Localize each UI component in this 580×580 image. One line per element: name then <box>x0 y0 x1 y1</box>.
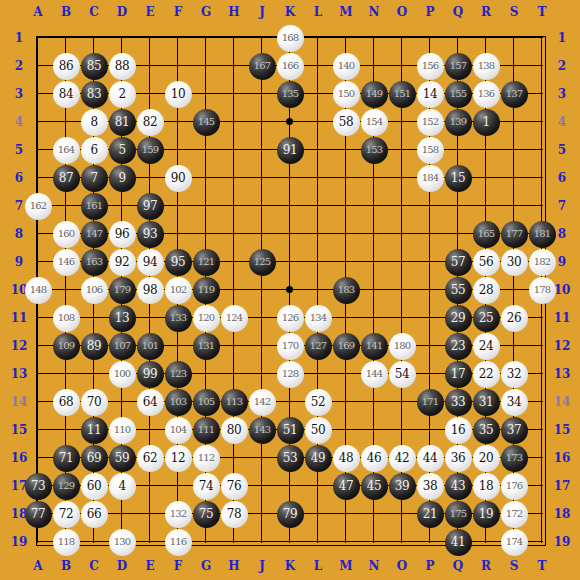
intersection-E16[interactable]: 62 <box>136 444 164 472</box>
intersection-L3[interactable] <box>304 80 332 108</box>
intersection-Q6[interactable]: 15 <box>444 164 472 192</box>
intersection-R14[interactable]: 31 <box>472 388 500 416</box>
intersection-J1[interactable] <box>248 24 276 52</box>
intersection-K7[interactable] <box>276 192 304 220</box>
intersection-R7[interactable] <box>472 192 500 220</box>
intersection-H7[interactable] <box>220 192 248 220</box>
intersection-D15[interactable]: 110 <box>108 416 136 444</box>
intersection-Q19[interactable]: 41 <box>444 528 472 556</box>
intersection-H6[interactable] <box>220 164 248 192</box>
intersection-O9[interactable] <box>388 248 416 276</box>
intersection-K1[interactable]: 168 <box>276 24 304 52</box>
intersection-O7[interactable] <box>388 192 416 220</box>
intersection-R18[interactable]: 19 <box>472 500 500 528</box>
intersection-T10[interactable]: 178 <box>528 276 556 304</box>
intersection-P14[interactable]: 171 <box>416 388 444 416</box>
intersection-O11[interactable] <box>388 304 416 332</box>
intersection-E11[interactable] <box>136 304 164 332</box>
intersection-T14[interactable] <box>528 388 556 416</box>
intersection-D18[interactable] <box>108 500 136 528</box>
intersection-A1[interactable] <box>24 24 52 52</box>
intersection-R2[interactable]: 138 <box>472 52 500 80</box>
intersection-M14[interactable] <box>332 388 360 416</box>
intersection-M10[interactable]: 183 <box>332 276 360 304</box>
intersection-C5[interactable]: 6 <box>80 136 108 164</box>
intersection-Q14[interactable]: 33 <box>444 388 472 416</box>
intersection-P19[interactable] <box>416 528 444 556</box>
intersection-M3[interactable]: 150 <box>332 80 360 108</box>
intersection-Q9[interactable]: 57 <box>444 248 472 276</box>
intersection-Q17[interactable]: 43 <box>444 472 472 500</box>
intersection-R3[interactable]: 136 <box>472 80 500 108</box>
intersection-J10[interactable] <box>248 276 276 304</box>
intersection-K17[interactable] <box>276 472 304 500</box>
intersection-E5[interactable]: 159 <box>136 136 164 164</box>
intersection-H12[interactable] <box>220 332 248 360</box>
intersection-A3[interactable] <box>24 80 52 108</box>
intersection-D14[interactable] <box>108 388 136 416</box>
intersection-C8[interactable]: 147 <box>80 220 108 248</box>
intersection-G9[interactable]: 121 <box>192 248 220 276</box>
intersection-R12[interactable]: 24 <box>472 332 500 360</box>
intersection-Q16[interactable]: 36 <box>444 444 472 472</box>
intersection-F13[interactable]: 123 <box>164 360 192 388</box>
intersection-B10[interactable] <box>52 276 80 304</box>
intersection-B16[interactable]: 71 <box>52 444 80 472</box>
intersection-P9[interactable] <box>416 248 444 276</box>
intersection-A14[interactable] <box>24 388 52 416</box>
intersection-B2[interactable]: 86 <box>52 52 80 80</box>
intersection-A8[interactable] <box>24 220 52 248</box>
intersection-O19[interactable] <box>388 528 416 556</box>
intersection-Q2[interactable]: 157 <box>444 52 472 80</box>
intersection-H5[interactable] <box>220 136 248 164</box>
intersection-F10[interactable]: 102 <box>164 276 192 304</box>
intersection-R10[interactable]: 28 <box>472 276 500 304</box>
intersection-Q13[interactable]: 17 <box>444 360 472 388</box>
intersection-L14[interactable]: 52 <box>304 388 332 416</box>
intersection-F18[interactable]: 132 <box>164 500 192 528</box>
intersection-R11[interactable]: 25 <box>472 304 500 332</box>
intersection-K18[interactable]: 79 <box>276 500 304 528</box>
intersection-T6[interactable] <box>528 164 556 192</box>
intersection-N6[interactable] <box>360 164 388 192</box>
intersection-K14[interactable] <box>276 388 304 416</box>
intersection-Q18[interactable]: 175 <box>444 500 472 528</box>
intersection-E18[interactable] <box>136 500 164 528</box>
intersection-M17[interactable]: 47 <box>332 472 360 500</box>
intersection-O18[interactable] <box>388 500 416 528</box>
intersection-K15[interactable]: 51 <box>276 416 304 444</box>
intersection-G10[interactable]: 119 <box>192 276 220 304</box>
intersection-S14[interactable]: 34 <box>500 388 528 416</box>
intersection-J7[interactable] <box>248 192 276 220</box>
intersection-P16[interactable]: 44 <box>416 444 444 472</box>
intersection-E3[interactable] <box>136 80 164 108</box>
intersection-T4[interactable] <box>528 108 556 136</box>
intersection-S4[interactable] <box>500 108 528 136</box>
intersection-T3[interactable] <box>528 80 556 108</box>
intersection-E1[interactable] <box>136 24 164 52</box>
intersection-E7[interactable]: 97 <box>136 192 164 220</box>
intersection-R8[interactable]: 165 <box>472 220 500 248</box>
intersection-G5[interactable] <box>192 136 220 164</box>
intersection-P5[interactable]: 158 <box>416 136 444 164</box>
intersection-M16[interactable]: 48 <box>332 444 360 472</box>
intersection-S18[interactable]: 172 <box>500 500 528 528</box>
intersection-H9[interactable] <box>220 248 248 276</box>
intersection-B9[interactable]: 146 <box>52 248 80 276</box>
intersection-Q15[interactable]: 16 <box>444 416 472 444</box>
intersection-O6[interactable] <box>388 164 416 192</box>
intersection-Q3[interactable]: 155 <box>444 80 472 108</box>
intersection-S19[interactable]: 174 <box>500 528 528 556</box>
intersection-C16[interactable]: 69 <box>80 444 108 472</box>
intersection-B14[interactable]: 68 <box>52 388 80 416</box>
intersection-B17[interactable]: 129 <box>52 472 80 500</box>
intersection-O12[interactable]: 180 <box>388 332 416 360</box>
intersection-P11[interactable] <box>416 304 444 332</box>
intersection-H8[interactable] <box>220 220 248 248</box>
intersection-T2[interactable] <box>528 52 556 80</box>
intersection-G6[interactable] <box>192 164 220 192</box>
intersection-B7[interactable] <box>52 192 80 220</box>
intersection-L15[interactable]: 50 <box>304 416 332 444</box>
intersection-E4[interactable]: 82 <box>136 108 164 136</box>
intersection-S12[interactable] <box>500 332 528 360</box>
intersection-N3[interactable]: 149 <box>360 80 388 108</box>
intersection-N17[interactable]: 45 <box>360 472 388 500</box>
intersection-M6[interactable] <box>332 164 360 192</box>
intersection-L8[interactable] <box>304 220 332 248</box>
intersection-E6[interactable] <box>136 164 164 192</box>
intersection-C4[interactable]: 8 <box>80 108 108 136</box>
intersection-O15[interactable] <box>388 416 416 444</box>
intersection-M5[interactable] <box>332 136 360 164</box>
intersection-T19[interactable] <box>528 528 556 556</box>
intersection-H14[interactable]: 113 <box>220 388 248 416</box>
intersection-B4[interactable] <box>52 108 80 136</box>
intersection-R15[interactable]: 35 <box>472 416 500 444</box>
intersection-C6[interactable]: 7 <box>80 164 108 192</box>
intersection-D17[interactable]: 4 <box>108 472 136 500</box>
intersection-J17[interactable] <box>248 472 276 500</box>
intersection-H3[interactable] <box>220 80 248 108</box>
intersection-J16[interactable] <box>248 444 276 472</box>
intersection-R17[interactable]: 18 <box>472 472 500 500</box>
intersection-N9[interactable] <box>360 248 388 276</box>
intersection-C13[interactable] <box>80 360 108 388</box>
intersection-D7[interactable] <box>108 192 136 220</box>
intersection-R9[interactable]: 56 <box>472 248 500 276</box>
intersection-C15[interactable]: 11 <box>80 416 108 444</box>
intersection-H17[interactable]: 76 <box>220 472 248 500</box>
intersection-S17[interactable]: 176 <box>500 472 528 500</box>
intersection-Q10[interactable]: 55 <box>444 276 472 304</box>
intersection-N13[interactable]: 144 <box>360 360 388 388</box>
intersection-H1[interactable] <box>220 24 248 52</box>
intersection-P18[interactable]: 21 <box>416 500 444 528</box>
intersection-A16[interactable] <box>24 444 52 472</box>
intersection-A9[interactable] <box>24 248 52 276</box>
intersection-R16[interactable]: 20 <box>472 444 500 472</box>
intersection-F14[interactable]: 103 <box>164 388 192 416</box>
intersection-P6[interactable]: 184 <box>416 164 444 192</box>
intersection-T1[interactable] <box>528 24 556 52</box>
intersection-N18[interactable] <box>360 500 388 528</box>
intersection-C9[interactable]: 163 <box>80 248 108 276</box>
intersection-M13[interactable] <box>332 360 360 388</box>
intersection-S3[interactable]: 137 <box>500 80 528 108</box>
intersection-P15[interactable] <box>416 416 444 444</box>
intersection-M12[interactable]: 169 <box>332 332 360 360</box>
intersection-G2[interactable] <box>192 52 220 80</box>
intersection-O16[interactable]: 42 <box>388 444 416 472</box>
intersection-J9[interactable]: 125 <box>248 248 276 276</box>
intersection-F19[interactable]: 116 <box>164 528 192 556</box>
intersection-P13[interactable] <box>416 360 444 388</box>
intersection-N11[interactable] <box>360 304 388 332</box>
intersection-P8[interactable] <box>416 220 444 248</box>
intersection-E12[interactable]: 101 <box>136 332 164 360</box>
intersection-L11[interactable]: 134 <box>304 304 332 332</box>
intersection-F8[interactable] <box>164 220 192 248</box>
intersection-O3[interactable]: 151 <box>388 80 416 108</box>
intersection-N8[interactable] <box>360 220 388 248</box>
intersection-T9[interactable]: 182 <box>528 248 556 276</box>
intersection-M19[interactable] <box>332 528 360 556</box>
intersection-O5[interactable] <box>388 136 416 164</box>
intersection-A12[interactable] <box>24 332 52 360</box>
intersection-D8[interactable]: 96 <box>108 220 136 248</box>
intersection-T12[interactable] <box>528 332 556 360</box>
intersection-G1[interactable] <box>192 24 220 52</box>
intersection-D2[interactable]: 88 <box>108 52 136 80</box>
intersection-G17[interactable]: 74 <box>192 472 220 500</box>
intersection-S10[interactable] <box>500 276 528 304</box>
intersection-T16[interactable] <box>528 444 556 472</box>
intersection-J8[interactable] <box>248 220 276 248</box>
intersection-A13[interactable] <box>24 360 52 388</box>
intersection-B5[interactable]: 164 <box>52 136 80 164</box>
intersection-D12[interactable]: 107 <box>108 332 136 360</box>
intersection-B11[interactable]: 108 <box>52 304 80 332</box>
intersection-D3[interactable]: 2 <box>108 80 136 108</box>
intersection-B19[interactable]: 118 <box>52 528 80 556</box>
intersection-F7[interactable] <box>164 192 192 220</box>
intersection-F17[interactable] <box>164 472 192 500</box>
intersection-M15[interactable] <box>332 416 360 444</box>
intersection-F4[interactable] <box>164 108 192 136</box>
intersection-H13[interactable] <box>220 360 248 388</box>
intersection-F1[interactable] <box>164 24 192 52</box>
intersection-S8[interactable]: 177 <box>500 220 528 248</box>
intersection-L12[interactable]: 127 <box>304 332 332 360</box>
intersection-F3[interactable]: 10 <box>164 80 192 108</box>
intersection-G18[interactable]: 75 <box>192 500 220 528</box>
intersection-T5[interactable] <box>528 136 556 164</box>
intersection-A5[interactable] <box>24 136 52 164</box>
intersection-K19[interactable] <box>276 528 304 556</box>
intersection-S9[interactable]: 30 <box>500 248 528 276</box>
intersection-L16[interactable]: 49 <box>304 444 332 472</box>
intersection-D13[interactable]: 100 <box>108 360 136 388</box>
intersection-R6[interactable] <box>472 164 500 192</box>
intersection-A2[interactable] <box>24 52 52 80</box>
intersection-F5[interactable] <box>164 136 192 164</box>
intersection-A15[interactable] <box>24 416 52 444</box>
intersection-F9[interactable]: 95 <box>164 248 192 276</box>
intersection-E15[interactable] <box>136 416 164 444</box>
intersection-M9[interactable] <box>332 248 360 276</box>
intersection-E8[interactable]: 93 <box>136 220 164 248</box>
intersection-B15[interactable] <box>52 416 80 444</box>
intersection-B12[interactable]: 109 <box>52 332 80 360</box>
intersection-T7[interactable] <box>528 192 556 220</box>
intersection-F12[interactable] <box>164 332 192 360</box>
intersection-P10[interactable] <box>416 276 444 304</box>
intersection-R4[interactable]: 1 <box>472 108 500 136</box>
intersection-D10[interactable]: 179 <box>108 276 136 304</box>
intersection-R1[interactable] <box>472 24 500 52</box>
intersection-C2[interactable]: 85 <box>80 52 108 80</box>
intersection-N1[interactable] <box>360 24 388 52</box>
intersection-H18[interactable]: 78 <box>220 500 248 528</box>
intersection-N15[interactable] <box>360 416 388 444</box>
intersection-D16[interactable]: 59 <box>108 444 136 472</box>
intersection-O10[interactable] <box>388 276 416 304</box>
intersection-G14[interactable]: 105 <box>192 388 220 416</box>
intersection-J13[interactable] <box>248 360 276 388</box>
intersection-C14[interactable]: 70 <box>80 388 108 416</box>
intersection-H4[interactable] <box>220 108 248 136</box>
intersection-G4[interactable]: 145 <box>192 108 220 136</box>
intersection-S6[interactable] <box>500 164 528 192</box>
intersection-Q11[interactable]: 29 <box>444 304 472 332</box>
intersection-C18[interactable]: 66 <box>80 500 108 528</box>
intersection-B8[interactable]: 160 <box>52 220 80 248</box>
intersection-C3[interactable]: 83 <box>80 80 108 108</box>
intersection-K8[interactable] <box>276 220 304 248</box>
intersection-C11[interactable] <box>80 304 108 332</box>
intersection-K11[interactable]: 126 <box>276 304 304 332</box>
intersection-F16[interactable]: 12 <box>164 444 192 472</box>
intersection-R5[interactable] <box>472 136 500 164</box>
intersection-R13[interactable]: 22 <box>472 360 500 388</box>
intersection-R19[interactable] <box>472 528 500 556</box>
intersection-L5[interactable] <box>304 136 332 164</box>
intersection-K4[interactable] <box>276 108 304 136</box>
intersection-B13[interactable] <box>52 360 80 388</box>
intersection-C12[interactable]: 89 <box>80 332 108 360</box>
intersection-G16[interactable]: 112 <box>192 444 220 472</box>
intersection-H16[interactable] <box>220 444 248 472</box>
intersection-S1[interactable] <box>500 24 528 52</box>
intersection-A10[interactable]: 148 <box>24 276 52 304</box>
intersection-Q4[interactable]: 139 <box>444 108 472 136</box>
intersection-M7[interactable] <box>332 192 360 220</box>
intersection-M4[interactable]: 58 <box>332 108 360 136</box>
intersection-Q8[interactable] <box>444 220 472 248</box>
intersection-S16[interactable]: 173 <box>500 444 528 472</box>
intersection-J19[interactable] <box>248 528 276 556</box>
intersection-M8[interactable] <box>332 220 360 248</box>
intersection-N12[interactable]: 141 <box>360 332 388 360</box>
intersection-T17[interactable] <box>528 472 556 500</box>
intersection-K3[interactable]: 135 <box>276 80 304 108</box>
intersection-J2[interactable]: 167 <box>248 52 276 80</box>
intersection-D5[interactable]: 5 <box>108 136 136 164</box>
intersection-A11[interactable] <box>24 304 52 332</box>
intersection-G8[interactable] <box>192 220 220 248</box>
intersection-G11[interactable]: 120 <box>192 304 220 332</box>
intersection-L19[interactable] <box>304 528 332 556</box>
intersection-O4[interactable] <box>388 108 416 136</box>
intersection-J3[interactable] <box>248 80 276 108</box>
intersection-C19[interactable] <box>80 528 108 556</box>
intersection-F2[interactable] <box>164 52 192 80</box>
intersection-B18[interactable]: 72 <box>52 500 80 528</box>
intersection-T11[interactable] <box>528 304 556 332</box>
intersection-D4[interactable]: 81 <box>108 108 136 136</box>
intersection-L2[interactable] <box>304 52 332 80</box>
intersection-L7[interactable] <box>304 192 332 220</box>
intersection-P12[interactable] <box>416 332 444 360</box>
intersection-S13[interactable]: 32 <box>500 360 528 388</box>
intersection-A19[interactable] <box>24 528 52 556</box>
intersection-M18[interactable] <box>332 500 360 528</box>
intersection-C7[interactable]: 161 <box>80 192 108 220</box>
intersection-H15[interactable]: 80 <box>220 416 248 444</box>
intersection-A17[interactable]: 73 <box>24 472 52 500</box>
intersection-P1[interactable] <box>416 24 444 52</box>
intersection-L1[interactable] <box>304 24 332 52</box>
intersection-G13[interactable] <box>192 360 220 388</box>
intersection-P2[interactable]: 156 <box>416 52 444 80</box>
intersection-N10[interactable] <box>360 276 388 304</box>
intersection-A18[interactable]: 77 <box>24 500 52 528</box>
intersection-L4[interactable] <box>304 108 332 136</box>
intersection-S11[interactable]: 26 <box>500 304 528 332</box>
intersection-S7[interactable] <box>500 192 528 220</box>
intersection-P7[interactable] <box>416 192 444 220</box>
intersection-J14[interactable]: 142 <box>248 388 276 416</box>
intersection-E19[interactable] <box>136 528 164 556</box>
intersection-J15[interactable]: 143 <box>248 416 276 444</box>
intersection-Q7[interactable] <box>444 192 472 220</box>
intersection-Q5[interactable] <box>444 136 472 164</box>
intersection-M1[interactable] <box>332 24 360 52</box>
intersection-T15[interactable] <box>528 416 556 444</box>
intersection-L17[interactable] <box>304 472 332 500</box>
intersection-B3[interactable]: 84 <box>52 80 80 108</box>
intersection-E17[interactable] <box>136 472 164 500</box>
intersection-H10[interactable] <box>220 276 248 304</box>
intersection-D19[interactable]: 130 <box>108 528 136 556</box>
intersection-J5[interactable] <box>248 136 276 164</box>
intersection-N14[interactable] <box>360 388 388 416</box>
intersection-M11[interactable] <box>332 304 360 332</box>
intersection-N4[interactable]: 154 <box>360 108 388 136</box>
intersection-C17[interactable]: 60 <box>80 472 108 500</box>
intersection-O1[interactable] <box>388 24 416 52</box>
intersection-D9[interactable]: 92 <box>108 248 136 276</box>
intersection-K13[interactable]: 128 <box>276 360 304 388</box>
intersection-N2[interactable] <box>360 52 388 80</box>
intersection-L13[interactable] <box>304 360 332 388</box>
intersection-P17[interactable]: 38 <box>416 472 444 500</box>
intersection-G3[interactable] <box>192 80 220 108</box>
